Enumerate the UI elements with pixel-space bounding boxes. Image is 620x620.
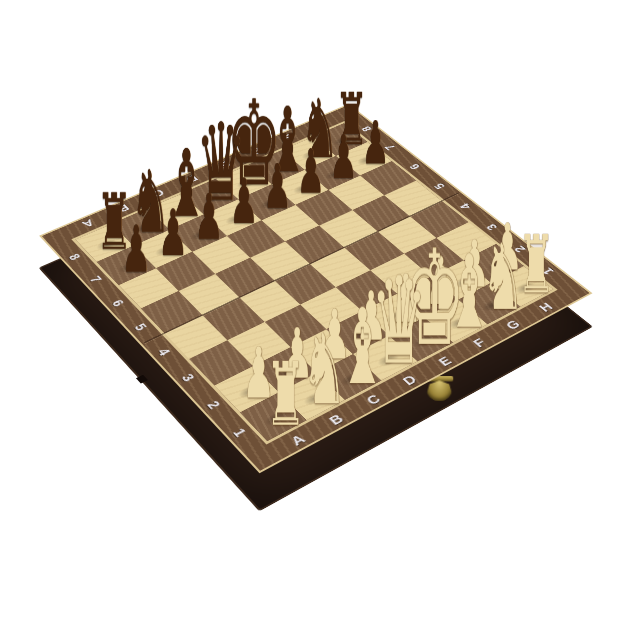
square-g7[interactable]: ♟ (304, 156, 360, 190)
squares-grid: ♜♞♝♛♚♝♞♜♟♟♟♟♟♟♟♟♟♟♟♟♟♟♟♟♜♞♝♛♚♝♞♜ (71, 121, 557, 444)
product-photo-chess-set: ABCDEFGH ABCDEFGH 87654321 87654321 ♜♞♝♛… (0, 0, 620, 620)
file-label-far-h: H (299, 114, 340, 136)
square-g5[interactable] (352, 195, 410, 231)
piece-black-pawn-b7[interactable]: ♟ (158, 208, 188, 259)
rank-label-left-8: 8 (51, 244, 98, 271)
piece-shadow (229, 174, 262, 193)
piece-black-pawn-a7[interactable]: ♟ (121, 224, 151, 276)
square-f7[interactable]: ♟ (272, 170, 328, 205)
piece-shadow (195, 188, 229, 207)
rank-label-right-6: 6 (393, 155, 435, 178)
square-c6[interactable] (192, 236, 251, 275)
rank-label-right-4: 4 (444, 194, 487, 219)
square-c5[interactable] (215, 258, 275, 298)
piece-shadow (218, 209, 252, 229)
piece-black-pawn-d7[interactable]: ♟ (229, 177, 258, 227)
piece-shadow (285, 179, 319, 198)
square-g6[interactable] (328, 175, 385, 210)
square-c7[interactable]: ♟ (169, 214, 227, 251)
square-d6[interactable] (227, 220, 285, 258)
piece-black-pawn-g7[interactable]: ♟ (329, 134, 357, 182)
piece-shadow (252, 194, 286, 214)
piece-black-pawn-f7[interactable]: ♟ (297, 148, 325, 197)
rank-label-right-5: 5 (418, 174, 461, 198)
piece-shadow (318, 165, 351, 184)
square-f5[interactable] (319, 210, 377, 247)
square-f6[interactable] (295, 190, 352, 226)
piece-white-rook-a1[interactable]: ♜ (266, 360, 307, 430)
file-labels-far: ABCDEFGH (65, 114, 340, 237)
rank-label-right-7: 7 (369, 136, 411, 159)
square-e6[interactable] (261, 205, 319, 242)
clasp-shell (426, 380, 452, 401)
scene-3d: ABCDEFGH ABCDEFGH 87654321 87654321 ♜♞♝♛… (0, 0, 620, 620)
piece-shadow (161, 203, 195, 223)
piece-black-pawn-c7[interactable]: ♟ (194, 193, 223, 243)
chess-board: ABCDEFGH ABCDEFGH 87654321 87654321 ♜♞♝♛… (39, 104, 592, 474)
piece-shadow (295, 146, 328, 164)
square-e5[interactable] (285, 226, 344, 264)
square-d7[interactable]: ♟ (204, 199, 261, 236)
piece-white-knight-b1[interactable]: ♞ (302, 331, 347, 409)
piece-black-rook-h8[interactable]: ♜ (334, 91, 367, 148)
piece-black-pawn-e7[interactable]: ♟ (263, 163, 292, 212)
piece-shadow (183, 224, 218, 245)
piece-shadow (262, 160, 295, 179)
fold-gap (136, 375, 148, 384)
rank-label-right-8: 8 (346, 118, 387, 140)
piece-shadow (147, 240, 182, 261)
square-e7[interactable]: ♟ (238, 184, 295, 220)
brass-clasp-icon (425, 376, 453, 401)
